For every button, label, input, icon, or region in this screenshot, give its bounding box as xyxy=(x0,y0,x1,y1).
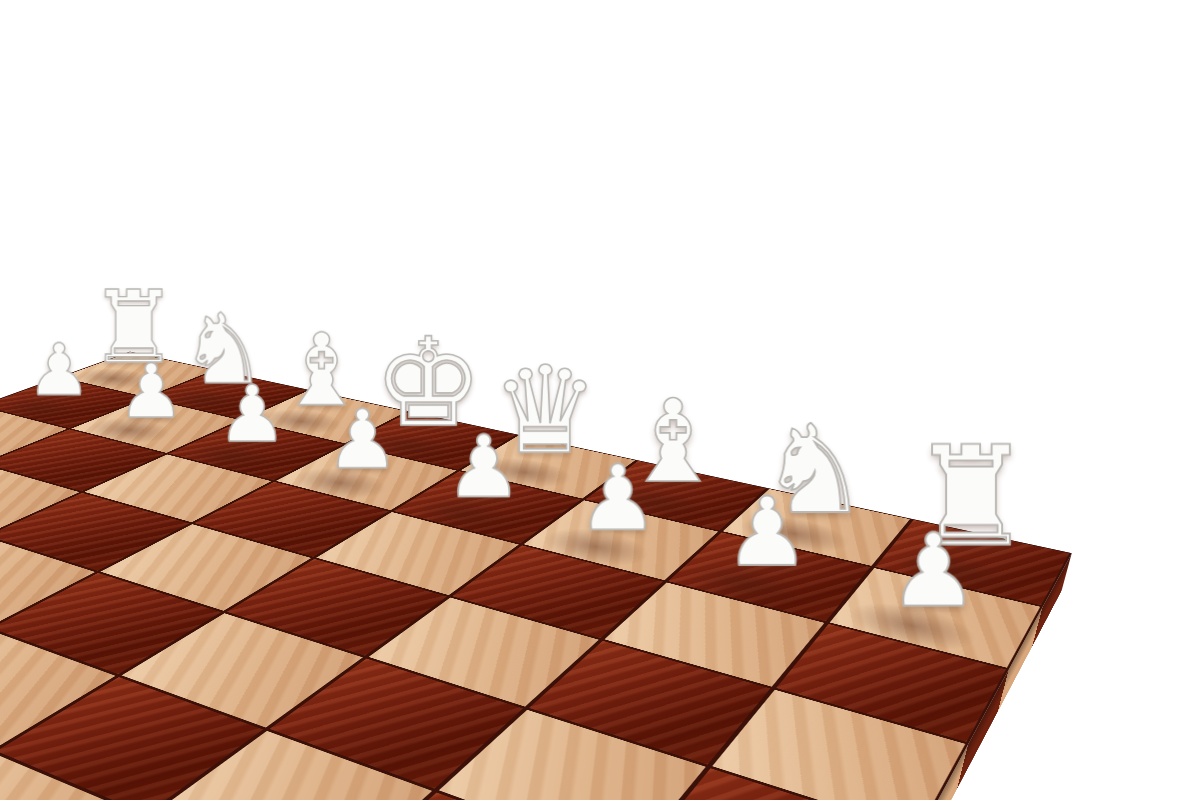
chess-board: ♟♟♟♟♟♟♟♟♜♞♝♛♚♝♞♜ xyxy=(0,352,1072,800)
pawn-glyph: ♟ xyxy=(578,455,659,541)
pawn-glyph: ♟ xyxy=(27,336,91,404)
pawn-glyph: ♟ xyxy=(326,401,399,479)
pawn-glyph: ♟ xyxy=(217,377,287,451)
pawn-glyph: ♟ xyxy=(118,355,185,426)
bauhaus-chess-photo: ♟♟♟♟♟♟♟♟♜♞♝♛♚♝♞♜ xyxy=(0,0,1200,800)
piece-white-pawn-e2[interactable]: ♟ xyxy=(295,315,430,478)
pawn-glyph: ♟ xyxy=(445,426,522,507)
pawn-glyph: ♟ xyxy=(724,487,809,578)
pawn-glyph: ♟ xyxy=(888,522,978,618)
piece-white-pawn-c2[interactable]: ♟ xyxy=(544,360,693,541)
piece-white-pawn-b2[interactable]: ♟ xyxy=(688,387,845,578)
piece-white-pawn-d2[interactable]: ♟ xyxy=(413,336,555,508)
piece-white-pawn-a2[interactable]: ♟ xyxy=(850,417,1016,619)
